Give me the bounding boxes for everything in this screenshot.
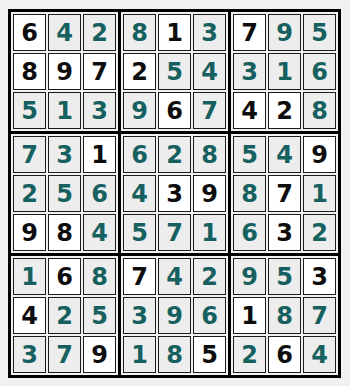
sudoku-cell-r5c4[interactable]: 4 <box>123 175 156 212</box>
sudoku-cell-r8c4[interactable]: 3 <box>123 297 156 334</box>
sudoku-cell-r3c2[interactable]: 1 <box>48 92 81 129</box>
sudoku-cell-r6c9[interactable]: 2 <box>303 214 336 251</box>
sudoku-cell-r8c1[interactable]: 4 <box>13 297 46 334</box>
sudoku-cell-r1c7[interactable]: 7 <box>233 14 266 51</box>
sudoku-cell-r6c8[interactable]: 3 <box>268 214 301 251</box>
sudoku-cell-r4c9[interactable]: 9 <box>303 136 336 173</box>
sudoku-cell-r6c1[interactable]: 9 <box>13 214 46 251</box>
sudoku-cell-r9c3[interactable]: 9 <box>83 336 116 373</box>
sudoku-cell-r5c5[interactable]: 3 <box>158 175 191 212</box>
sudoku-cell-r1c5[interactable]: 1 <box>158 14 191 51</box>
sudoku-cell-r9c8[interactable]: 6 <box>268 336 301 373</box>
sudoku-cell-r2c1[interactable]: 8 <box>13 53 46 90</box>
sudoku-cell-r5c8[interactable]: 7 <box>268 175 301 212</box>
sudoku-cell-r7c6[interactable]: 2 <box>193 258 226 295</box>
sudoku-cell-r2c2[interactable]: 9 <box>48 53 81 90</box>
sudoku-cell-r2c9[interactable]: 6 <box>303 53 336 90</box>
sudoku-cell-r1c8[interactable]: 9 <box>268 14 301 51</box>
sudoku-cell-r8c5[interactable]: 9 <box>158 297 191 334</box>
sudoku-cell-r1c2[interactable]: 4 <box>48 14 81 51</box>
sudoku-cell-r3c3[interactable]: 3 <box>83 92 116 129</box>
page: 6428975138132549677953164287312569846284… <box>0 0 350 386</box>
sudoku-cell-r8c9[interactable]: 7 <box>303 297 336 334</box>
sudoku-cell-r4c6[interactable]: 8 <box>193 136 226 173</box>
sudoku-cell-r5c2[interactable]: 5 <box>48 175 81 212</box>
sudoku-cell-r5c1[interactable]: 2 <box>13 175 46 212</box>
sudoku-cell-r6c7[interactable]: 6 <box>233 214 266 251</box>
sudoku-cell-r1c1[interactable]: 6 <box>13 14 46 51</box>
sudoku-cell-r3c1[interactable]: 5 <box>13 92 46 129</box>
sudoku-box-7: 168425379 <box>11 256 118 375</box>
sudoku-cell-r9c2[interactable]: 7 <box>48 336 81 373</box>
sudoku-box-6: 549871632 <box>231 134 338 253</box>
sudoku-cell-r7c5[interactable]: 4 <box>158 258 191 295</box>
sudoku-cell-r6c3[interactable]: 4 <box>83 214 116 251</box>
sudoku-cell-r8c2[interactable]: 2 <box>48 297 81 334</box>
sudoku-cell-r1c9[interactable]: 5 <box>303 14 336 51</box>
sudoku-cell-r4c7[interactable]: 5 <box>233 136 266 173</box>
sudoku-cell-r5c6[interactable]: 9 <box>193 175 226 212</box>
sudoku-cell-r6c5[interactable]: 7 <box>158 214 191 251</box>
sudoku-cell-r9c1[interactable]: 3 <box>13 336 46 373</box>
sudoku-cell-r7c7[interactable]: 9 <box>233 258 266 295</box>
sudoku-cell-r2c3[interactable]: 7 <box>83 53 116 90</box>
sudoku-box-4: 731256984 <box>11 134 118 253</box>
sudoku-cell-r3c5[interactable]: 6 <box>158 92 191 129</box>
sudoku-box-8: 742396185 <box>121 256 228 375</box>
sudoku-cell-r4c4[interactable]: 6 <box>123 136 156 173</box>
sudoku-cell-r8c7[interactable]: 1 <box>233 297 266 334</box>
sudoku-box-3: 795316428 <box>231 12 338 131</box>
sudoku-cell-r4c5[interactable]: 2 <box>158 136 191 173</box>
sudoku-board: 6428975138132549677953164287312569846284… <box>8 9 341 378</box>
sudoku-cell-r9c7[interactable]: 2 <box>233 336 266 373</box>
sudoku-cell-r9c5[interactable]: 8 <box>158 336 191 373</box>
sudoku-box-5: 628439571 <box>121 134 228 253</box>
sudoku-cell-r7c3[interactable]: 8 <box>83 258 116 295</box>
sudoku-cell-r1c3[interactable]: 2 <box>83 14 116 51</box>
sudoku-cell-r9c9[interactable]: 4 <box>303 336 336 373</box>
sudoku-cell-r4c8[interactable]: 4 <box>268 136 301 173</box>
sudoku-cell-r7c1[interactable]: 1 <box>13 258 46 295</box>
sudoku-cell-r4c1[interactable]: 7 <box>13 136 46 173</box>
sudoku-cell-r2c7[interactable]: 3 <box>233 53 266 90</box>
sudoku-cell-r8c6[interactable]: 6 <box>193 297 226 334</box>
sudoku-cell-r7c8[interactable]: 5 <box>268 258 301 295</box>
sudoku-cell-r6c2[interactable]: 8 <box>48 214 81 251</box>
sudoku-cell-r3c6[interactable]: 7 <box>193 92 226 129</box>
sudoku-cell-r1c4[interactable]: 8 <box>123 14 156 51</box>
sudoku-cell-r2c8[interactable]: 1 <box>268 53 301 90</box>
sudoku-cell-r5c7[interactable]: 8 <box>233 175 266 212</box>
sudoku-cell-r8c3[interactable]: 5 <box>83 297 116 334</box>
sudoku-cell-r6c6[interactable]: 1 <box>193 214 226 251</box>
sudoku-cell-r4c3[interactable]: 1 <box>83 136 116 173</box>
sudoku-cell-r9c6[interactable]: 5 <box>193 336 226 373</box>
sudoku-box-2: 813254967 <box>121 12 228 131</box>
sudoku-cell-r2c4[interactable]: 2 <box>123 53 156 90</box>
sudoku-cell-r5c9[interactable]: 1 <box>303 175 336 212</box>
sudoku-box-9: 953187264 <box>231 256 338 375</box>
sudoku-cell-r3c8[interactable]: 2 <box>268 92 301 129</box>
sudoku-cell-r5c3[interactable]: 6 <box>83 175 116 212</box>
sudoku-cell-r4c2[interactable]: 3 <box>48 136 81 173</box>
sudoku-cell-r3c9[interactable]: 8 <box>303 92 336 129</box>
sudoku-cell-r2c6[interactable]: 4 <box>193 53 226 90</box>
sudoku-box-1: 642897513 <box>11 12 118 131</box>
sudoku-cell-r9c4[interactable]: 1 <box>123 336 156 373</box>
sudoku-cell-r7c4[interactable]: 7 <box>123 258 156 295</box>
sudoku-cell-r1c6[interactable]: 3 <box>193 14 226 51</box>
sudoku-cell-r7c2[interactable]: 6 <box>48 258 81 295</box>
sudoku-cell-r3c4[interactable]: 9 <box>123 92 156 129</box>
sudoku-cell-r2c5[interactable]: 5 <box>158 53 191 90</box>
sudoku-cell-r3c7[interactable]: 4 <box>233 92 266 129</box>
sudoku-cell-r8c8[interactable]: 8 <box>268 297 301 334</box>
sudoku-cell-r7c9[interactable]: 3 <box>303 258 336 295</box>
sudoku-cell-r6c4[interactable]: 5 <box>123 214 156 251</box>
